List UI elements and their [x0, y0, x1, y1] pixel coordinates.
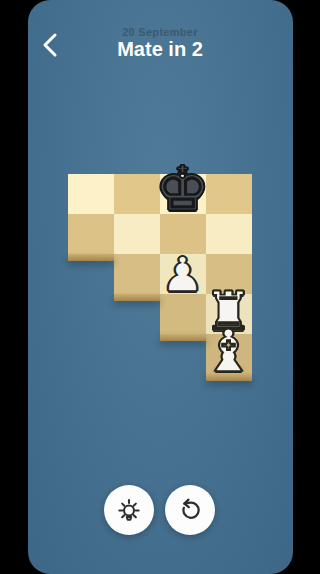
- board-square[interactable]: [114, 174, 160, 214]
- board-front-edge: [160, 334, 206, 341]
- board-square[interactable]: [206, 214, 252, 254]
- app-screen: 20 September Mate in 2 ♚♟♜♝: [28, 0, 293, 574]
- lightbulb-icon: [114, 495, 144, 525]
- black-king[interactable]: ♚: [155, 158, 211, 220]
- undo-button[interactable]: [165, 485, 215, 535]
- board-square[interactable]: [68, 174, 114, 214]
- board-front-edge: [114, 294, 160, 301]
- hint-button[interactable]: [104, 485, 154, 535]
- undo-arrow-icon: [175, 495, 205, 525]
- board-square[interactable]: [114, 214, 160, 254]
- page-title: Mate in 2: [28, 38, 293, 61]
- board-square[interactable]: [206, 174, 252, 214]
- puzzle-date: 20 September: [28, 26, 293, 38]
- white-pawn[interactable]: ♟: [161, 250, 204, 298]
- board-square[interactable]: [68, 214, 114, 254]
- board-front-edge: [68, 254, 114, 261]
- board-square[interactable]: [114, 254, 160, 294]
- white-bishop[interactable]: ♝: [203, 322, 255, 380]
